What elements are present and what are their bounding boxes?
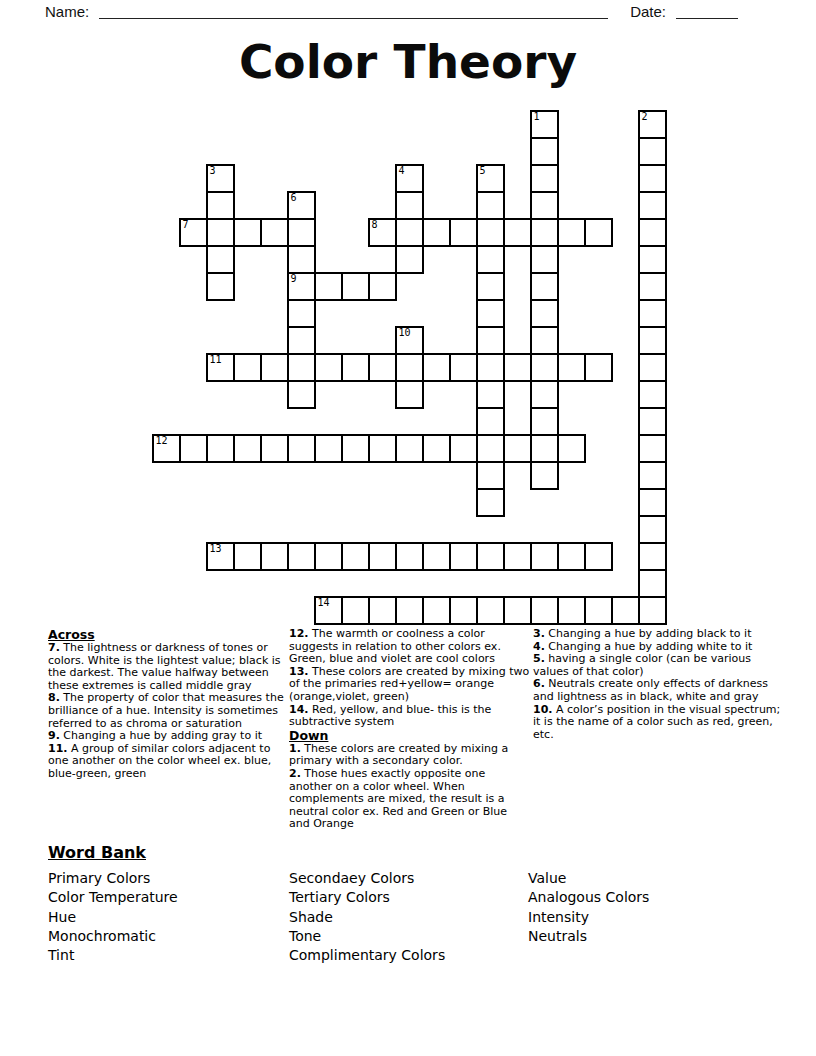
crossword-cell-r16c14[interactable] (530, 542, 559, 571)
word-bank-item: Shade (289, 908, 445, 927)
clue-across-14: 14. Red, yellow, and blue- this is the s… (289, 704, 530, 729)
crossword-grid: 1234567891011121314 (152, 110, 667, 625)
crossword-cell-r18c16[interactable] (584, 596, 613, 625)
crossword-cell-r7c12[interactable] (476, 299, 505, 328)
crossword-cell-r10c9[interactable] (395, 380, 424, 409)
crossword-cell-r16c13[interactable] (503, 542, 532, 571)
clue-across-7: 7. The lightness or darkness of tones or… (48, 642, 286, 692)
crossword-cell-r8c5[interactable] (287, 326, 316, 355)
word-bank-item: Primary Colors (48, 869, 178, 888)
crossword-cell-r18c10[interactable] (422, 596, 451, 625)
crossword-cell-r9c12[interactable] (476, 353, 505, 382)
crossword-cell-r12c14[interactable] (530, 434, 559, 463)
crossword-cell-r16c7[interactable] (341, 542, 370, 571)
clue-down-3: 3. Changing a hue by adding black to it (533, 628, 783, 641)
crossword-cell-r4c12[interactable] (476, 218, 505, 247)
cell-number-3: 3 (210, 166, 216, 176)
crossword-cell-r14c12[interactable] (476, 488, 505, 517)
crossword-cell-r7c18[interactable] (638, 299, 667, 328)
crossword-cell-r16c2[interactable]: 13 (206, 542, 235, 571)
cell-number-2: 2 (642, 112, 648, 122)
word-bank-item: Secondaey Colors (289, 869, 445, 888)
crossword-cell-r4c5[interactable] (287, 218, 316, 247)
crossword-cell-r9c5[interactable] (287, 353, 316, 382)
crossword-cell-r8c12[interactable] (476, 326, 505, 355)
crossword-cell-r6c2[interactable] (206, 272, 235, 301)
crossword-cell-r16c12[interactable] (476, 542, 505, 571)
crossword-cell-r18c12[interactable] (476, 596, 505, 625)
cell-number-7: 7 (183, 220, 189, 230)
crossword-cell-r5c12[interactable] (476, 245, 505, 274)
crossword-cell-r4c10[interactable] (422, 218, 451, 247)
crossword-cell-r4c11[interactable] (449, 218, 478, 247)
crossword-cell-r16c8[interactable] (368, 542, 397, 571)
crossword-cell-r9c6[interactable] (314, 353, 343, 382)
word-bank-item: Hue (48, 908, 178, 927)
clue-number: 5. (533, 652, 545, 665)
crossword-cell-r5c14[interactable] (530, 245, 559, 274)
crossword-cell-r18c7[interactable] (341, 596, 370, 625)
crossword-cell-r16c9[interactable] (395, 542, 424, 571)
crossword-cell-r12c5[interactable] (287, 434, 316, 463)
cell-number-6: 6 (291, 193, 297, 203)
clue-number: 10. (533, 703, 553, 716)
crossword-cell-r18c11[interactable] (449, 596, 478, 625)
crossword-cell-r5c9[interactable] (395, 245, 424, 274)
crossword-cell-r9c14[interactable] (530, 353, 559, 382)
crossword-cell-r4c1[interactable]: 7 (179, 218, 208, 247)
clue-across-9: 9. Changing a hue by adding gray to it (48, 730, 286, 743)
crossword-cell-r18c15[interactable] (557, 596, 586, 625)
word-bank-item: Tint (48, 946, 178, 965)
crossword-cell-r18c13[interactable] (503, 596, 532, 625)
crossword-cell-r12c7[interactable] (341, 434, 370, 463)
word-bank-heading: Word Bank (48, 844, 146, 861)
crossword-cell-r6c8[interactable] (368, 272, 397, 301)
clue-across-13: 13. These colors are created by mixing t… (289, 666, 530, 704)
crossword-cell-r16c18[interactable] (638, 542, 667, 571)
crossword-cell-r3c9[interactable] (395, 191, 424, 220)
clue-number: 12. (289, 627, 309, 640)
crossword-cell-r7c14[interactable] (530, 299, 559, 328)
crossword-cell-r11c18[interactable] (638, 407, 667, 436)
crossword-cell-r6c5[interactable]: 9 (287, 272, 316, 301)
crossword-cell-r12c12[interactable] (476, 434, 505, 463)
crossword-cell-r16c15[interactable] (557, 542, 586, 571)
header: Name: Date: (45, 2, 738, 22)
crossword-cell-r8c14[interactable] (530, 326, 559, 355)
crossword-cell-r5c18[interactable] (638, 245, 667, 274)
crossword-cell-r2c9[interactable]: 4 (395, 164, 424, 193)
crossword-cell-r16c16[interactable] (584, 542, 613, 571)
crossword-cell-r6c12[interactable] (476, 272, 505, 301)
crossword-cell-r9c7[interactable] (341, 353, 370, 382)
crossword-cell-r10c18[interactable] (638, 380, 667, 409)
word-bank-item: Neutrals (528, 927, 649, 946)
crossword-cell-r9c13[interactable] (503, 353, 532, 382)
crossword-cell-r4c8[interactable]: 8 (368, 218, 397, 247)
crossword-cell-r1c18[interactable] (638, 137, 667, 166)
clues-column-3: 3. Changing a hue by adding black to it4… (533, 628, 783, 741)
cell-number-12: 12 (156, 436, 168, 446)
crossword-cell-r5c5[interactable] (287, 245, 316, 274)
crossword-cell-r18c9[interactable] (395, 596, 424, 625)
crossword-cell-r8c9[interactable]: 10 (395, 326, 424, 355)
word-bank-item: Analogous Colors (528, 888, 649, 907)
word-bank-column-3: ValueAnalogous ColorsIntensityNeutrals (528, 869, 649, 946)
crossword-cell-r0c18[interactable]: 2 (638, 110, 667, 139)
crossword-cell-r3c12[interactable] (476, 191, 505, 220)
clue-across-11: 11. A group of similar colors adjacent t… (48, 743, 286, 781)
crossword-cell-r4c14[interactable] (530, 218, 559, 247)
worksheet-title: Color Theory (0, 36, 816, 89)
crossword-cell-r11c12[interactable] (476, 407, 505, 436)
crossword-cell-r9c10[interactable] (422, 353, 451, 382)
clue-number: 7. (48, 641, 60, 654)
crossword-cell-r16c10[interactable] (422, 542, 451, 571)
clue-number: 11. (48, 742, 68, 755)
clue-number: 8. (48, 691, 60, 704)
crossword-cell-r4c15[interactable] (557, 218, 586, 247)
clue-across-8: 8. The property of color that measures t… (48, 692, 286, 730)
crossword-cell-r3c18[interactable] (638, 191, 667, 220)
word-bank-item: Intensity (528, 908, 649, 927)
crossword-cell-r9c8[interactable] (368, 353, 397, 382)
word-bank-column-1: Primary ColorsColor TemperatureHueMonoch… (48, 869, 178, 965)
clue-number: 3. (533, 627, 545, 640)
crossword-cell-r12c10[interactable] (422, 434, 451, 463)
crossword-worksheet: Name: Date: Color Theory 123456789101112… (0, 0, 816, 1056)
crossword-cell-r12c0[interactable]: 12 (152, 434, 181, 463)
crossword-cell-r16c11[interactable] (449, 542, 478, 571)
crossword-cell-r12c6[interactable] (314, 434, 343, 463)
clue-number: 2. (289, 767, 301, 780)
crossword-cell-r2c12[interactable]: 5 (476, 164, 505, 193)
clues-heading-down: Down (289, 729, 530, 743)
word-bank-item: Color Temperature (48, 888, 178, 907)
clues-heading-across: Across (48, 628, 286, 642)
cell-number-4: 4 (399, 166, 405, 176)
crossword-cell-r12c8[interactable] (368, 434, 397, 463)
crossword-cell-r5c2[interactable] (206, 245, 235, 274)
cell-number-5: 5 (480, 166, 486, 176)
crossword-cell-r18c14[interactable] (530, 596, 559, 625)
cell-number-1: 1 (534, 112, 540, 122)
crossword-cell-r13c18[interactable] (638, 461, 667, 490)
crossword-cell-r7c5[interactable] (287, 299, 316, 328)
crossword-cell-r12c18[interactable] (638, 434, 667, 463)
crossword-cell-r18c18[interactable] (638, 596, 667, 625)
crossword-cell-r18c6[interactable]: 14 (314, 596, 343, 625)
crossword-cell-r12c3[interactable] (233, 434, 262, 463)
clue-down-10: 10. A color’s position in the visual spe… (533, 704, 783, 742)
crossword-cell-r13c12[interactable] (476, 461, 505, 490)
word-bank-item: Complimentary Colors (289, 946, 445, 965)
crossword-cell-r16c6[interactable] (314, 542, 343, 571)
word-bank-item: Value (528, 869, 649, 888)
crossword-cell-r4c3[interactable] (233, 218, 262, 247)
crossword-cell-r0c14[interactable]: 1 (530, 110, 559, 139)
crossword-cell-r9c15[interactable] (557, 353, 586, 382)
crossword-cell-r3c2[interactable] (206, 191, 235, 220)
crossword-cell-r6c7[interactable] (341, 272, 370, 301)
crossword-cell-r3c14[interactable] (530, 191, 559, 220)
clues-column-2: 12. The warmth or coolness a color sugge… (289, 628, 530, 831)
word-bank-item: Tertiary Colors (289, 888, 445, 907)
cell-number-8: 8 (372, 220, 378, 230)
crossword-cell-r9c2[interactable]: 11 (206, 353, 235, 382)
crossword-cell-r18c17[interactable] (611, 596, 640, 625)
crossword-cell-r2c18[interactable] (638, 164, 667, 193)
clue-down-1: 1. These colors are created by mixing a … (289, 743, 530, 768)
crossword-cell-r4c9[interactable] (395, 218, 424, 247)
crossword-cell-r9c3[interactable] (233, 353, 262, 382)
word-bank-column-2: Secondaey ColorsTertiary ColorsShadeTone… (289, 869, 445, 965)
crossword-cell-r12c11[interactable] (449, 434, 478, 463)
crossword-cell-r15c18[interactable] (638, 515, 667, 544)
crossword-cell-r12c9[interactable] (395, 434, 424, 463)
name-label: Name: (45, 2, 89, 22)
crossword-cell-r14c18[interactable] (638, 488, 667, 517)
crossword-cell-r4c4[interactable] (260, 218, 289, 247)
crossword-cell-r6c14[interactable] (530, 272, 559, 301)
crossword-cell-r9c4[interactable] (260, 353, 289, 382)
crossword-cell-r9c9[interactable] (395, 353, 424, 382)
cell-number-14: 14 (318, 598, 330, 608)
clue-down-5: 5. having a single color (can be various… (533, 653, 783, 678)
crossword-cell-r16c4[interactable] (260, 542, 289, 571)
crossword-cell-r12c4[interactable] (260, 434, 289, 463)
cell-number-13: 13 (210, 544, 222, 554)
crossword-cell-r9c16[interactable] (584, 353, 613, 382)
word-bank-item: Tone (289, 927, 445, 946)
cell-number-10: 10 (399, 328, 411, 338)
crossword-cell-r2c14[interactable] (530, 164, 559, 193)
date-blank-line[interactable] (676, 4, 738, 19)
cell-number-9: 9 (291, 274, 297, 284)
crossword-cell-r1c14[interactable] (530, 137, 559, 166)
clue-number: 14. (289, 703, 309, 716)
crossword-cell-r12c2[interactable] (206, 434, 235, 463)
crossword-cell-r3c5[interactable]: 6 (287, 191, 316, 220)
crossword-cell-r10c12[interactable] (476, 380, 505, 409)
crossword-cell-r12c13[interactable] (503, 434, 532, 463)
clue-number: 6. (533, 677, 545, 690)
cell-number-11: 11 (210, 355, 222, 365)
clue-across-12: 12. The warmth or coolness a color sugge… (289, 628, 530, 666)
crossword-cell-r4c13[interactable] (503, 218, 532, 247)
crossword-cell-r6c18[interactable] (638, 272, 667, 301)
word-bank-item: Monochromatic (48, 927, 178, 946)
crossword-cell-r16c3[interactable] (233, 542, 262, 571)
clue-down-2: 2. Those hues exactly opposite one anoth… (289, 768, 530, 831)
crossword-cell-r8c18[interactable] (638, 326, 667, 355)
crossword-cell-r11c14[interactable] (530, 407, 559, 436)
clue-number: 1. (289, 742, 301, 755)
crossword-cell-r16c5[interactable] (287, 542, 316, 571)
crossword-cell-r10c14[interactable] (530, 380, 559, 409)
crossword-cell-r12c15[interactable] (557, 434, 586, 463)
crossword-cell-r17c18[interactable] (638, 569, 667, 598)
name-blank-line[interactable] (99, 4, 608, 19)
crossword-cell-r9c18[interactable] (638, 353, 667, 382)
crossword-cell-r18c8[interactable] (368, 596, 397, 625)
crossword-cell-r4c16[interactable] (584, 218, 613, 247)
crossword-cell-r4c18[interactable] (638, 218, 667, 247)
crossword-cell-r9c11[interactable] (449, 353, 478, 382)
crossword-cell-r13c14[interactable] (530, 461, 559, 490)
clues-column-1: Across7. The lightness or darkness of to… (48, 628, 286, 781)
date-label: Date: (630, 2, 666, 22)
crossword-cell-r12c1[interactable] (179, 434, 208, 463)
clue-down-6: 6. Neutrals create only effects of darkn… (533, 678, 783, 703)
crossword-cell-r6c6[interactable] (314, 272, 343, 301)
crossword-cell-r10c5[interactable] (287, 380, 316, 409)
crossword-cell-r4c2[interactable] (206, 218, 235, 247)
clue-number: 9. (48, 729, 60, 742)
crossword-cell-r2c2[interactable]: 3 (206, 164, 235, 193)
clue-number: 4. (533, 640, 545, 653)
clue-number: 13. (289, 665, 309, 678)
